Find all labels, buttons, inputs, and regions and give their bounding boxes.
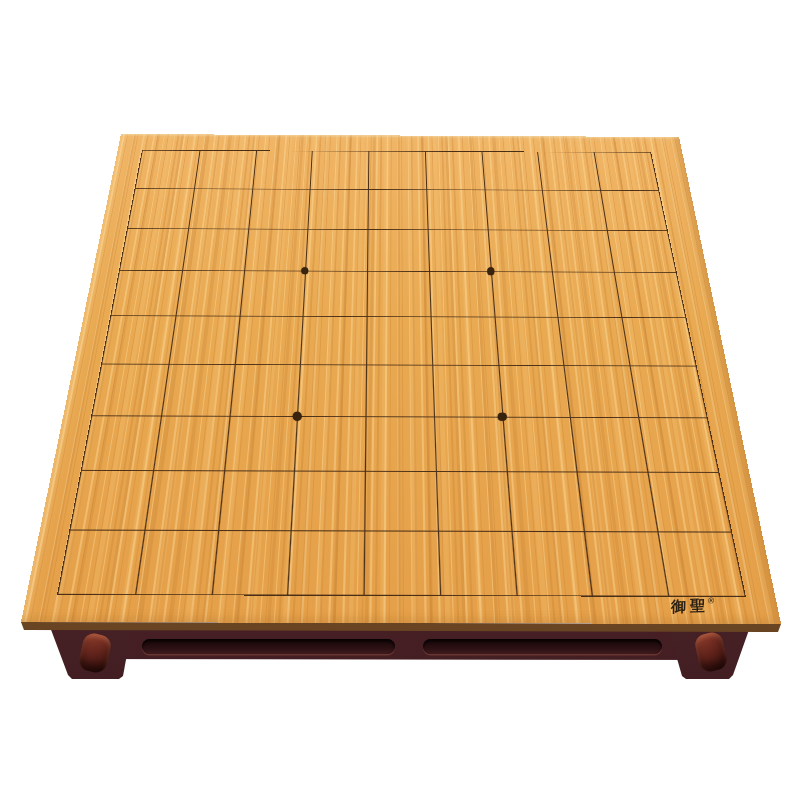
board-cell (494, 317, 564, 365)
board-cell (630, 365, 707, 417)
board-cell (600, 190, 666, 230)
board-cell (658, 532, 745, 596)
board-cell (438, 531, 516, 595)
board-cell (429, 271, 494, 316)
board-cell (365, 416, 436, 472)
board-cell (224, 415, 298, 471)
board-cell (368, 152, 426, 190)
board-cell (218, 471, 295, 531)
board-cell (144, 471, 223, 531)
board-cell (427, 229, 490, 272)
board-cell (194, 151, 256, 189)
board-cell (297, 364, 366, 416)
board-cell (638, 417, 718, 472)
board-cell (367, 271, 431, 316)
board-cell (175, 270, 243, 315)
board-cell (294, 416, 365, 472)
board-cell (484, 189, 547, 229)
board-grid (57, 150, 746, 597)
board-cell (570, 417, 647, 473)
board-cell (305, 229, 367, 272)
board-cell (584, 531, 668, 595)
board-cell (364, 471, 437, 531)
board-cell (248, 189, 310, 229)
board-cell (111, 270, 181, 315)
board-cell (128, 188, 194, 228)
board-cell (82, 415, 161, 471)
board-cell (120, 228, 188, 271)
board-cell (594, 152, 658, 190)
board-cell (291, 471, 365, 531)
board-cell (498, 365, 570, 417)
board-cell (487, 229, 552, 272)
board-cell (564, 365, 639, 417)
board-cell (58, 530, 144, 594)
board-cell (614, 272, 685, 317)
registered-mark: ® (707, 596, 715, 605)
board-cell (434, 416, 507, 472)
board-cell (506, 472, 584, 532)
board-cell (239, 271, 305, 316)
board-cell (310, 151, 368, 189)
board-cell (364, 531, 440, 595)
board-cell (491, 272, 558, 317)
drawer-slot-left (142, 639, 395, 654)
board-cell (577, 472, 658, 532)
board-cell (93, 364, 169, 416)
board-cell (607, 230, 676, 273)
board-cell (558, 317, 630, 365)
board-cell (287, 530, 364, 594)
board-cell (552, 272, 621, 317)
board-cell (366, 364, 434, 416)
board-cell (211, 530, 291, 594)
shogi-board-product-photo: 御聖® (0, 0, 800, 800)
board-cell (71, 470, 153, 530)
board-cell (425, 152, 484, 190)
board-cell (367, 229, 429, 272)
board-cell (538, 152, 601, 190)
board-cell (252, 151, 312, 189)
board-cell (502, 416, 577, 472)
brand-stamp: 御聖® (671, 597, 715, 615)
board-cell (244, 228, 308, 271)
board-cell (648, 472, 731, 532)
board-cell (430, 316, 498, 364)
board-cell (229, 364, 300, 416)
board-cell (308, 189, 368, 229)
drawer-slot-right (423, 639, 662, 654)
board-cell (300, 316, 366, 364)
board-cell (234, 316, 303, 364)
board-cell (542, 190, 607, 230)
board-cell (153, 415, 229, 471)
board-cell (511, 531, 592, 595)
board-cell (547, 229, 614, 272)
board-cell (188, 188, 252, 228)
board-cell (168, 316, 239, 364)
board-cell (136, 151, 200, 189)
board-cell (182, 228, 248, 271)
board-cell (303, 271, 367, 316)
board-cell (135, 530, 218, 594)
brand-stamp-text: 御聖 (671, 596, 709, 615)
board-cell (102, 315, 175, 363)
board-cell (622, 317, 696, 365)
board-cell (366, 316, 432, 364)
board-cell (481, 152, 542, 190)
board-cell (368, 189, 428, 229)
board-cell (436, 471, 511, 531)
board-cell (432, 365, 502, 417)
board-cell (426, 189, 487, 229)
board-cell (161, 364, 234, 416)
